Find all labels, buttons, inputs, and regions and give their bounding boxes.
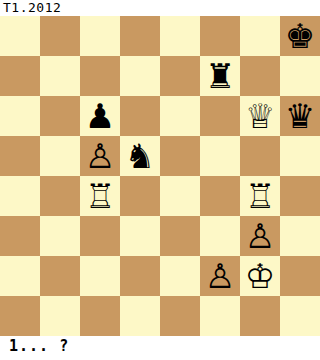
square-d8[interactable] [120, 16, 160, 56]
move-prompt: 1... ? [0, 336, 320, 360]
puzzle-title: T1.2012 [0, 0, 320, 16]
square-h6[interactable]: ♛ [280, 96, 320, 136]
square-f1[interactable] [200, 296, 240, 336]
square-a2[interactable] [0, 256, 40, 296]
square-h7[interactable] [280, 56, 320, 96]
white-king: ♔ [245, 256, 275, 296]
square-d7[interactable] [120, 56, 160, 96]
square-c8[interactable] [80, 16, 120, 56]
square-e3[interactable] [160, 216, 200, 256]
square-h2[interactable] [280, 256, 320, 296]
white-pawn: ♙ [205, 256, 235, 296]
square-a5[interactable] [0, 136, 40, 176]
square-a4[interactable] [0, 176, 40, 216]
square-c1[interactable] [80, 296, 120, 336]
square-e1[interactable] [160, 296, 200, 336]
square-f4[interactable] [200, 176, 240, 216]
square-g2[interactable]: ♔ [240, 256, 280, 296]
square-b8[interactable] [40, 16, 80, 56]
square-a7[interactable] [0, 56, 40, 96]
black-king: ♚ [285, 16, 315, 56]
square-d2[interactable] [120, 256, 160, 296]
square-f2[interactable]: ♙ [200, 256, 240, 296]
square-d3[interactable] [120, 216, 160, 256]
square-g1[interactable] [240, 296, 280, 336]
square-c3[interactable] [80, 216, 120, 256]
white-queen: ♕ [245, 96, 275, 136]
square-f7[interactable]: ♜ [200, 56, 240, 96]
square-e8[interactable] [160, 16, 200, 56]
square-h1[interactable] [280, 296, 320, 336]
white-rook: ♖ [85, 176, 115, 216]
square-d4[interactable] [120, 176, 160, 216]
square-b2[interactable] [40, 256, 80, 296]
white-pawn: ♙ [85, 136, 115, 176]
square-a1[interactable] [0, 296, 40, 336]
square-b5[interactable] [40, 136, 80, 176]
square-e4[interactable] [160, 176, 200, 216]
square-e5[interactable] [160, 136, 200, 176]
square-b7[interactable] [40, 56, 80, 96]
square-b4[interactable] [40, 176, 80, 216]
square-c4[interactable]: ♖ [80, 176, 120, 216]
square-g5[interactable] [240, 136, 280, 176]
square-h5[interactable] [280, 136, 320, 176]
black-queen: ♛ [285, 96, 315, 136]
square-a8[interactable] [0, 16, 40, 56]
square-a6[interactable] [0, 96, 40, 136]
square-d1[interactable] [120, 296, 160, 336]
square-g6[interactable]: ♕ [240, 96, 280, 136]
black-pawn: ♟ [85, 96, 115, 136]
square-b1[interactable] [40, 296, 80, 336]
square-e2[interactable] [160, 256, 200, 296]
square-g4[interactable]: ♖ [240, 176, 280, 216]
white-pawn: ♙ [245, 216, 275, 256]
square-a3[interactable] [0, 216, 40, 256]
square-h3[interactable] [280, 216, 320, 256]
chess-puzzle-page: T1.2012 ♚♜♟♕♛♙♞♖♖♙♙♔ 1... ? [0, 0, 320, 360]
square-f6[interactable] [200, 96, 240, 136]
square-d5[interactable]: ♞ [120, 136, 160, 176]
square-h4[interactable] [280, 176, 320, 216]
chess-board: ♚♜♟♕♛♙♞♖♖♙♙♔ [0, 16, 320, 336]
square-g8[interactable] [240, 16, 280, 56]
square-c6[interactable]: ♟ [80, 96, 120, 136]
square-e7[interactable] [160, 56, 200, 96]
square-e6[interactable] [160, 96, 200, 136]
black-knight: ♞ [125, 136, 155, 176]
white-rook: ♖ [245, 176, 275, 216]
square-f8[interactable] [200, 16, 240, 56]
square-b3[interactable] [40, 216, 80, 256]
square-b6[interactable] [40, 96, 80, 136]
black-rook: ♜ [205, 56, 235, 96]
square-c5[interactable]: ♙ [80, 136, 120, 176]
square-d6[interactable] [120, 96, 160, 136]
square-f3[interactable] [200, 216, 240, 256]
square-f5[interactable] [200, 136, 240, 176]
square-c7[interactable] [80, 56, 120, 96]
square-g7[interactable] [240, 56, 280, 96]
square-h8[interactable]: ♚ [280, 16, 320, 56]
square-g3[interactable]: ♙ [240, 216, 280, 256]
square-c2[interactable] [80, 256, 120, 296]
